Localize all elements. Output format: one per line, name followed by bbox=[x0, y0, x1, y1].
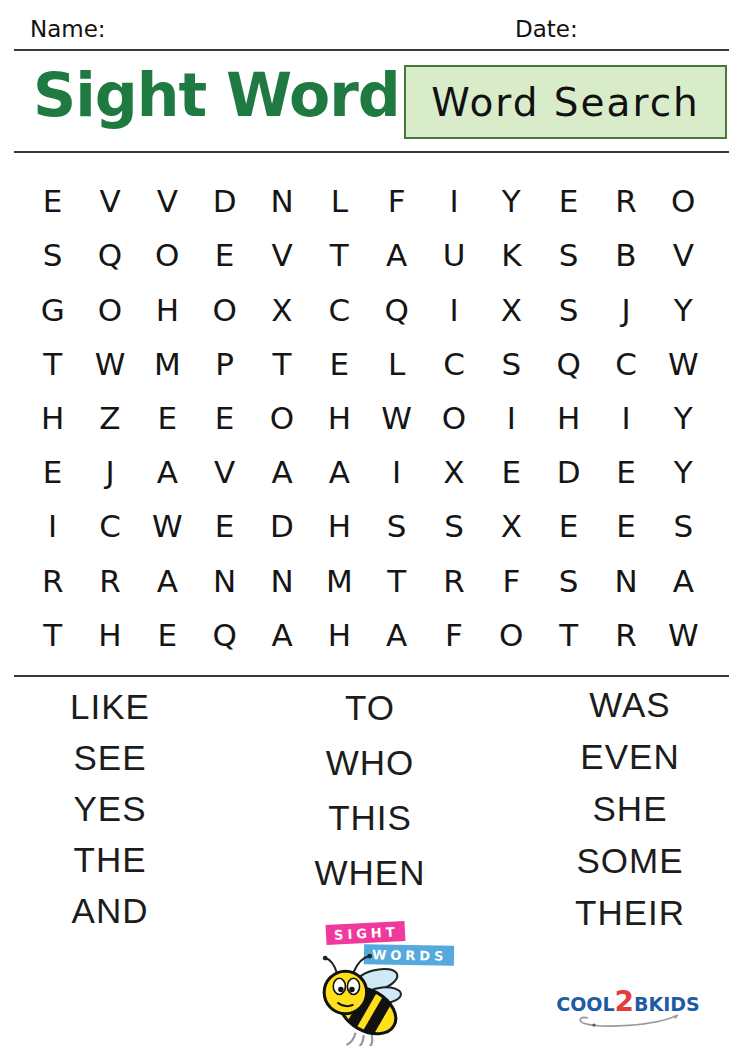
grid-cell[interactable]: Z bbox=[81, 391, 138, 445]
grid-cell[interactable]: S bbox=[368, 499, 425, 553]
grid-cell[interactable]: R bbox=[597, 608, 654, 662]
word-list-column-1: LIKESEEYESTHEAND bbox=[40, 681, 180, 936]
grid-cell[interactable]: I bbox=[368, 445, 425, 499]
grid-cell[interactable]: T bbox=[368, 554, 425, 608]
grid-cell[interactable]: C bbox=[311, 282, 368, 336]
brand-cool-text: COOL bbox=[556, 993, 614, 1015]
grid-cell[interactable]: T bbox=[24, 337, 81, 391]
grid-cell[interactable]: H bbox=[81, 608, 138, 662]
grid-cell[interactable]: I bbox=[425, 282, 482, 336]
grid-cell[interactable]: O bbox=[81, 282, 138, 336]
grid-cell[interactable]: Q bbox=[540, 337, 597, 391]
grid-cell[interactable]: X bbox=[483, 282, 540, 336]
grid-cell[interactable]: J bbox=[81, 445, 138, 499]
grid-cell[interactable]: V bbox=[139, 174, 196, 228]
word-list-item: WHO bbox=[326, 735, 415, 790]
grid-cell[interactable]: I bbox=[425, 174, 482, 228]
grid-cell[interactable]: S bbox=[540, 554, 597, 608]
word-list-item: SOME bbox=[576, 835, 683, 887]
word-list-item: THE bbox=[74, 834, 147, 885]
grid-cell[interactable]: E bbox=[597, 499, 654, 553]
brand-two-text: 2 bbox=[615, 992, 634, 1011]
grid-cell[interactable]: Q bbox=[81, 228, 138, 282]
grid-cell[interactable]: Q bbox=[368, 282, 425, 336]
grid-cell[interactable]: O bbox=[253, 391, 310, 445]
grid-cell[interactable]: W bbox=[368, 391, 425, 445]
word-list-item: LIKE bbox=[70, 681, 150, 732]
grid-cell[interactable]: R bbox=[597, 174, 654, 228]
grid-cell[interactable]: E bbox=[24, 445, 81, 499]
grid-cell[interactable]: E bbox=[597, 445, 654, 499]
grid-cell[interactable]: T bbox=[253, 337, 310, 391]
grid-cell[interactable]: E bbox=[196, 391, 253, 445]
grid-cell[interactable]: X bbox=[425, 445, 482, 499]
grid-cell[interactable]: A bbox=[253, 608, 310, 662]
grid-cell[interactable]: N bbox=[196, 554, 253, 608]
word-list-item: WHEN bbox=[315, 845, 426, 900]
grid-cell[interactable]: A bbox=[139, 445, 196, 499]
grid-cell[interactable]: H bbox=[311, 608, 368, 662]
grid-cell[interactable]: J bbox=[597, 282, 654, 336]
grid-cell[interactable]: W bbox=[81, 337, 138, 391]
grid-cell[interactable]: C bbox=[597, 337, 654, 391]
grid-cell[interactable]: I bbox=[483, 391, 540, 445]
word-list-item: WAS bbox=[589, 679, 670, 731]
page-title: Sight Word bbox=[33, 60, 400, 130]
grid-cell[interactable]: H bbox=[24, 391, 81, 445]
grid-cell[interactable]: S bbox=[24, 228, 81, 282]
cool2bkids-logo: COOL2BKIDS bbox=[572, 992, 684, 1032]
divider-grid bbox=[14, 675, 729, 677]
grid-cell[interactable]: H bbox=[311, 391, 368, 445]
grid-cell[interactable]: W bbox=[655, 337, 712, 391]
sight-words-logo: SIGHT WORDS bbox=[300, 912, 450, 1044]
grid-cell[interactable]: N bbox=[597, 554, 654, 608]
word-search-banner-text: Word Search bbox=[431, 80, 700, 125]
grid-cell[interactable]: W bbox=[139, 499, 196, 553]
grid-cell[interactable]: R bbox=[81, 554, 138, 608]
word-list-item: TO bbox=[345, 680, 395, 735]
grid-cell[interactable]: E bbox=[139, 391, 196, 445]
grid-cell[interactable]: C bbox=[81, 499, 138, 553]
grid-cell[interactable]: E bbox=[311, 337, 368, 391]
grid-cell[interactable]: E bbox=[139, 608, 196, 662]
grid-cell[interactable]: N bbox=[253, 554, 310, 608]
grid-cell[interactable]: E bbox=[24, 174, 81, 228]
grid-cell[interactable]: S bbox=[540, 228, 597, 282]
grid-cell[interactable]: H bbox=[311, 499, 368, 553]
date-label: Date: bbox=[515, 16, 578, 42]
grid-cell[interactable]: H bbox=[139, 282, 196, 336]
grid-cell[interactable]: T bbox=[540, 608, 597, 662]
grid-cell[interactable]: M bbox=[139, 337, 196, 391]
worksheet-page: Name: Date: Sight Word Word Search EVVDN… bbox=[0, 0, 743, 1050]
grid-cell[interactable]: K bbox=[483, 228, 540, 282]
grid-cell[interactable]: E bbox=[483, 445, 540, 499]
sight-badge: SIGHT bbox=[326, 921, 406, 945]
word-list-item: SEE bbox=[73, 732, 146, 783]
grid-cell[interactable]: I bbox=[597, 391, 654, 445]
word-list-column-3: WASEVENSHESOMETHEIR bbox=[550, 679, 710, 939]
grid-cell[interactable]: A bbox=[311, 445, 368, 499]
grid-cell[interactable]: D bbox=[196, 174, 253, 228]
grid-cell[interactable]: F bbox=[368, 174, 425, 228]
grid-cell[interactable]: V bbox=[196, 445, 253, 499]
grid-cell[interactable]: S bbox=[483, 337, 540, 391]
grid-cell[interactable]: A bbox=[655, 554, 712, 608]
grid-cell[interactable]: O bbox=[425, 391, 482, 445]
grid-cell[interactable]: X bbox=[483, 499, 540, 553]
letter-grid: EVVDNLFIYEROSQOEVTAUKSBVGOHOXCQIXSJYTWMP… bbox=[24, 174, 712, 662]
divider-header bbox=[14, 151, 729, 153]
grid-cell[interactable]: F bbox=[425, 608, 482, 662]
grid-cell[interactable]: T bbox=[24, 608, 81, 662]
grid-cell[interactable]: V bbox=[655, 228, 712, 282]
grid-cell[interactable]: W bbox=[655, 608, 712, 662]
grid-cell[interactable]: Y bbox=[655, 282, 712, 336]
grid-cell[interactable]: L bbox=[368, 337, 425, 391]
grid-cell[interactable]: Y bbox=[655, 391, 712, 445]
grid-cell[interactable]: X bbox=[253, 282, 310, 336]
grid-cell[interactable]: Y bbox=[655, 445, 712, 499]
grid-cell[interactable]: E bbox=[196, 499, 253, 553]
grid-cell[interactable]: N bbox=[253, 174, 310, 228]
grid-cell[interactable]: S bbox=[425, 499, 482, 553]
word-list-column-2: TOWHOTHISWHEN bbox=[295, 680, 445, 900]
grid-cell[interactable]: T bbox=[311, 228, 368, 282]
grid-cell[interactable]: R bbox=[425, 554, 482, 608]
grid-cell[interactable]: E bbox=[540, 499, 597, 553]
grid-cell[interactable]: U bbox=[425, 228, 482, 282]
grid-cell[interactable]: O bbox=[483, 608, 540, 662]
bee-icon bbox=[306, 950, 404, 1046]
grid-cell[interactable]: M bbox=[311, 554, 368, 608]
grid-cell[interactable]: E bbox=[196, 228, 253, 282]
word-list-item: AND bbox=[72, 885, 149, 936]
grid-cell[interactable]: S bbox=[540, 282, 597, 336]
grid-cell[interactable]: A bbox=[139, 554, 196, 608]
word-list-item: THEIR bbox=[575, 887, 685, 939]
grid-cell[interactable]: A bbox=[253, 445, 310, 499]
divider-top bbox=[14, 49, 729, 51]
grid-cell[interactable]: V bbox=[253, 228, 310, 282]
grid-cell[interactable]: O bbox=[655, 174, 712, 228]
word-list-item: SHE bbox=[593, 783, 668, 835]
grid-cell[interactable]: B bbox=[597, 228, 654, 282]
grid-cell[interactable]: D bbox=[253, 499, 310, 553]
grid-cell[interactable]: F bbox=[483, 554, 540, 608]
grid-cell[interactable]: Q bbox=[196, 608, 253, 662]
word-list-item: YES bbox=[73, 783, 146, 834]
grid-cell[interactable]: E bbox=[540, 174, 597, 228]
grid-cell[interactable]: Y bbox=[483, 174, 540, 228]
word-list-item: EVEN bbox=[580, 731, 679, 783]
grid-cell[interactable]: C bbox=[425, 337, 482, 391]
grid-cell[interactable]: P bbox=[196, 337, 253, 391]
grid-cell[interactable]: G bbox=[24, 282, 81, 336]
grid-cell[interactable]: R bbox=[24, 554, 81, 608]
grid-cell[interactable]: O bbox=[139, 228, 196, 282]
grid-cell[interactable]: A bbox=[368, 608, 425, 662]
grid-cell[interactable]: V bbox=[81, 174, 138, 228]
grid-cell[interactable]: I bbox=[24, 499, 81, 553]
grid-cell[interactable]: D bbox=[540, 445, 597, 499]
name-label: Name: bbox=[30, 16, 106, 42]
brand-bkids-text: BKIDS bbox=[634, 993, 700, 1015]
grid-cell[interactable]: A bbox=[368, 228, 425, 282]
word-list-item: THIS bbox=[328, 790, 412, 845]
grid-cell[interactable]: H bbox=[540, 391, 597, 445]
grid-cell[interactable]: L bbox=[311, 174, 368, 228]
grid-cell[interactable]: O bbox=[196, 282, 253, 336]
grid-cell[interactable]: S bbox=[655, 499, 712, 553]
word-search-banner: Word Search bbox=[404, 65, 727, 139]
